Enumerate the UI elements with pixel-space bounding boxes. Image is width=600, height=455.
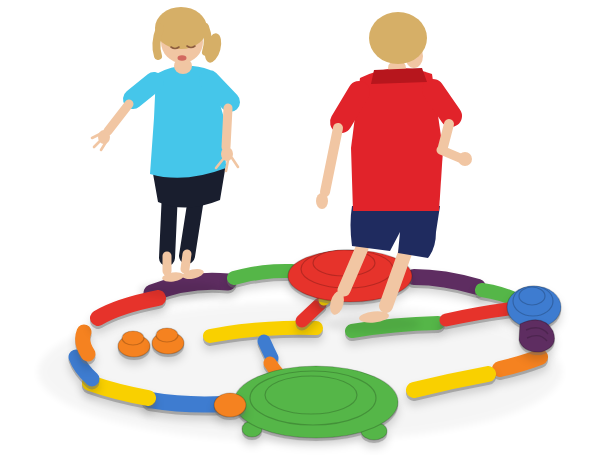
girl-left-sleeve	[133, 82, 154, 99]
girl-left-arm	[108, 104, 129, 131]
girl-mouth	[178, 55, 187, 61]
purple-beam-top-right	[414, 277, 478, 287]
boy-polo-collar	[371, 68, 427, 84]
boy-left-arm	[325, 128, 338, 192]
cone-top	[156, 328, 178, 342]
boy-right-fist	[458, 152, 472, 166]
boy-right-forearm	[441, 150, 460, 158]
photo-stage	[0, 0, 600, 455]
green-turtle-stone	[234, 366, 398, 440]
red-beam-middle-right	[446, 309, 508, 320]
green-beam-top	[234, 271, 292, 278]
blue-beam-bottom	[150, 400, 224, 405]
orange-connector-bottom	[214, 393, 246, 417]
cone-top	[122, 331, 144, 345]
orange-wedge-left	[83, 332, 88, 354]
boy-left-sleeve	[341, 92, 359, 122]
boy-right-sleeve	[433, 90, 451, 116]
blue-wedge-middle	[264, 341, 272, 358]
girl-right-arm	[226, 108, 228, 147]
girl-hair-strand-left	[156, 28, 160, 56]
boy-right-upper-arm	[443, 124, 449, 147]
girl-right-ankle	[185, 254, 187, 269]
turtle-tier-top	[265, 376, 357, 414]
boy-left-hand	[316, 193, 328, 209]
boy-hair	[369, 12, 427, 64]
girl	[92, 7, 238, 298]
girl-shadow	[138, 282, 222, 298]
hill-tier-top	[519, 287, 545, 305]
scene	[0, 0, 600, 455]
